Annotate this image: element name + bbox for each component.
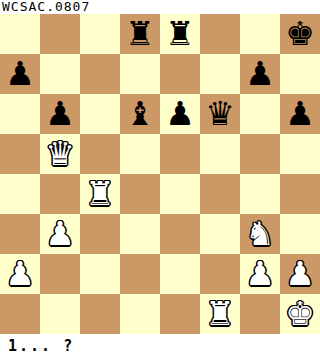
square-c2[interactable]: [80, 254, 120, 294]
square-d4[interactable]: [120, 174, 160, 214]
square-a3[interactable]: [0, 214, 40, 254]
black-pawn[interactable]: ♟: [285, 94, 315, 134]
white-king[interactable]: ♚: [285, 294, 315, 334]
square-e6[interactable]: ♟: [160, 94, 200, 134]
square-b7[interactable]: [40, 54, 80, 94]
square-a5[interactable]: [0, 134, 40, 174]
black-queen[interactable]: ♛: [205, 94, 235, 134]
square-h2[interactable]: ♟: [280, 254, 320, 294]
square-f5[interactable]: [200, 134, 240, 174]
move-prompt: 1... ?: [8, 337, 74, 355]
square-d7[interactable]: [120, 54, 160, 94]
black-pawn[interactable]: ♟: [45, 94, 75, 134]
square-g4[interactable]: [240, 174, 280, 214]
square-e7[interactable]: [160, 54, 200, 94]
square-h7[interactable]: [280, 54, 320, 94]
square-f1[interactable]: ♜: [200, 294, 240, 334]
square-f6[interactable]: ♛: [200, 94, 240, 134]
square-f2[interactable]: [200, 254, 240, 294]
square-b1[interactable]: [40, 294, 80, 334]
white-pawn[interactable]: ♟: [285, 254, 315, 294]
square-b8[interactable]: [40, 14, 80, 54]
square-a1[interactable]: [0, 294, 40, 334]
square-g5[interactable]: [240, 134, 280, 174]
black-pawn[interactable]: ♟: [5, 54, 35, 94]
square-b3[interactable]: ♟: [40, 214, 80, 254]
square-h5[interactable]: [280, 134, 320, 174]
page-title: WCSAC.0807: [2, 0, 90, 14]
square-a6[interactable]: [0, 94, 40, 134]
square-a7[interactable]: ♟: [0, 54, 40, 94]
square-d1[interactable]: [120, 294, 160, 334]
square-h1[interactable]: ♚: [280, 294, 320, 334]
square-d2[interactable]: [120, 254, 160, 294]
black-rook[interactable]: ♜: [165, 14, 195, 54]
square-a8[interactable]: [0, 14, 40, 54]
white-knight[interactable]: ♞: [245, 214, 275, 254]
square-e4[interactable]: [160, 174, 200, 214]
white-pawn[interactable]: ♟: [245, 254, 275, 294]
square-g7[interactable]: ♟: [240, 54, 280, 94]
square-g3[interactable]: ♞: [240, 214, 280, 254]
white-pawn[interactable]: ♟: [45, 214, 75, 254]
square-c8[interactable]: [80, 14, 120, 54]
black-pawn[interactable]: ♟: [165, 94, 195, 134]
square-b6[interactable]: ♟: [40, 94, 80, 134]
chess-board: ♜♜♚♟♟♟♝♟♛♟♛♜♟♞♟♟♟♜♚: [0, 14, 320, 334]
square-g2[interactable]: ♟: [240, 254, 280, 294]
square-b4[interactable]: [40, 174, 80, 214]
square-f8[interactable]: [200, 14, 240, 54]
square-c3[interactable]: [80, 214, 120, 254]
square-f3[interactable]: [200, 214, 240, 254]
square-h4[interactable]: [280, 174, 320, 214]
square-g6[interactable]: [240, 94, 280, 134]
white-queen[interactable]: ♛: [45, 134, 75, 174]
square-d6[interactable]: ♝: [120, 94, 160, 134]
white-pawn[interactable]: ♟: [5, 254, 35, 294]
square-a4[interactable]: [0, 174, 40, 214]
square-c5[interactable]: [80, 134, 120, 174]
square-b5[interactable]: ♛: [40, 134, 80, 174]
black-bishop[interactable]: ♝: [125, 94, 155, 134]
white-rook[interactable]: ♜: [85, 174, 115, 214]
square-h3[interactable]: [280, 214, 320, 254]
square-g1[interactable]: [240, 294, 280, 334]
white-rook[interactable]: ♜: [205, 294, 235, 334]
square-d5[interactable]: [120, 134, 160, 174]
black-rook[interactable]: ♜: [125, 14, 155, 54]
square-h6[interactable]: ♟: [280, 94, 320, 134]
square-f7[interactable]: [200, 54, 240, 94]
square-e1[interactable]: [160, 294, 200, 334]
square-e2[interactable]: [160, 254, 200, 294]
square-d8[interactable]: ♜: [120, 14, 160, 54]
square-c1[interactable]: [80, 294, 120, 334]
square-a2[interactable]: ♟: [0, 254, 40, 294]
square-g8[interactable]: [240, 14, 280, 54]
black-pawn[interactable]: ♟: [245, 54, 275, 94]
square-f4[interactable]: [200, 174, 240, 214]
square-h8[interactable]: ♚: [280, 14, 320, 54]
square-b2[interactable]: [40, 254, 80, 294]
square-c6[interactable]: [80, 94, 120, 134]
square-e5[interactable]: [160, 134, 200, 174]
black-king[interactable]: ♚: [285, 14, 315, 54]
square-e8[interactable]: ♜: [160, 14, 200, 54]
square-d3[interactable]: [120, 214, 160, 254]
square-c4[interactable]: ♜: [80, 174, 120, 214]
square-c7[interactable]: [80, 54, 120, 94]
square-e3[interactable]: [160, 214, 200, 254]
